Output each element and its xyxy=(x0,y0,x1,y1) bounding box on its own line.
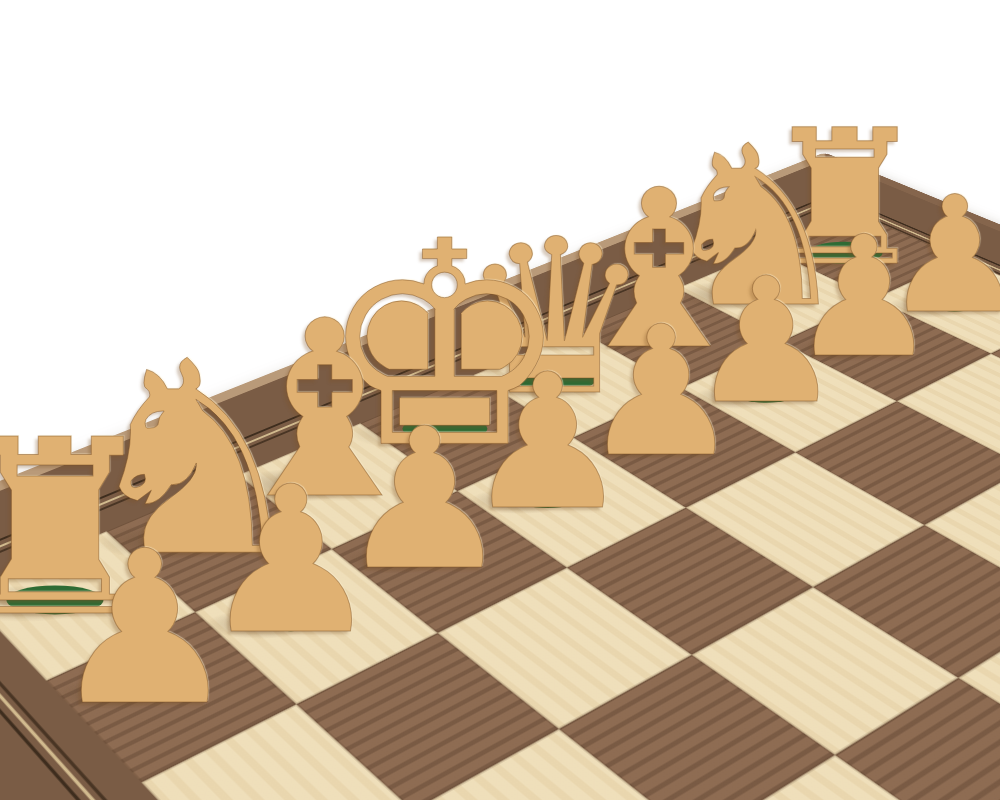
board-grid xyxy=(0,213,1000,800)
chess-board xyxy=(0,152,1000,800)
chess-photo-scene: ♜♞♟♝♟♛♟♚♟♝♟♞♟♜♟♟ xyxy=(0,0,1000,800)
